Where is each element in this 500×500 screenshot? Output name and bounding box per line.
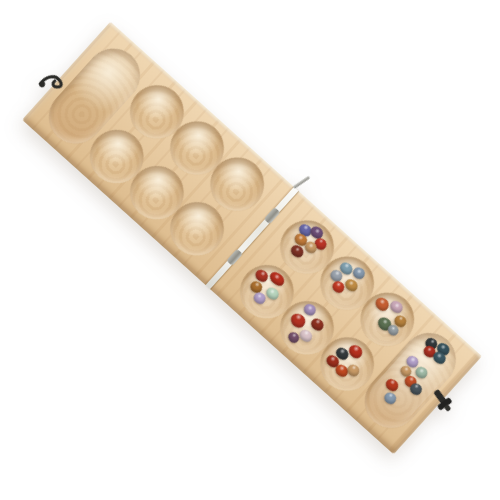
- gem-stone: [297, 327, 314, 344]
- gem-stone: [383, 376, 400, 393]
- gem-stone: [382, 390, 398, 406]
- gem-stone: [264, 285, 281, 302]
- gem-stone: [345, 362, 361, 378]
- gem-stone: [302, 302, 318, 318]
- mancala-board: [22, 22, 482, 455]
- gem-stone: [330, 279, 346, 295]
- gem-stone: [309, 316, 326, 333]
- gem-stone: [346, 342, 364, 360]
- gem-stone: [388, 299, 405, 316]
- gem-stone: [267, 270, 286, 289]
- hinge-pin-icon: [293, 176, 310, 189]
- gem-stone: [343, 277, 360, 294]
- product-photo: [0, 0, 500, 500]
- gem-stone: [373, 295, 391, 313]
